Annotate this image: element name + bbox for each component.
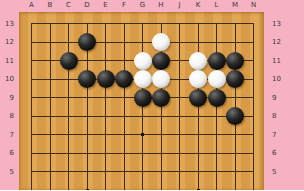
row-label-right: 6 <box>272 150 292 157</box>
row-label-left: 7 <box>0 131 14 138</box>
grid-line-horizontal <box>31 153 254 154</box>
row-label-right: 13 <box>272 20 292 27</box>
grid-line-vertical <box>179 23 180 190</box>
grid-line-vertical <box>253 23 254 190</box>
column-label: E <box>103 1 107 10</box>
row-label-left: 6 <box>0 150 14 157</box>
star-point <box>86 189 89 191</box>
row-label-left: 13 <box>0 20 14 27</box>
row-label-left: 11 <box>0 57 14 64</box>
row-label-right: 5 <box>272 168 292 175</box>
white-stone[interactable] <box>134 52 152 70</box>
white-stone[interactable] <box>189 52 207 70</box>
row-label-right: 7 <box>272 131 292 138</box>
white-stone[interactable] <box>134 70 152 88</box>
white-stone[interactable] <box>208 70 226 88</box>
column-label: J <box>178 1 180 10</box>
black-stone[interactable] <box>97 70 115 88</box>
row-label-right: 8 <box>272 113 292 120</box>
grid-line-vertical <box>198 23 199 190</box>
black-stone[interactable] <box>152 52 170 70</box>
row-label-left: 9 <box>0 94 14 101</box>
black-stone[interactable] <box>134 89 152 107</box>
grid-line-vertical <box>50 23 51 190</box>
column-label: D <box>84 1 89 10</box>
black-stone[interactable] <box>189 89 207 107</box>
row-label-right: 10 <box>272 76 292 83</box>
column-label: L <box>215 1 219 10</box>
star-point <box>197 189 200 191</box>
column-label: A <box>29 1 34 10</box>
row-label-right: 12 <box>272 39 292 46</box>
column-label: H <box>158 1 163 10</box>
row-label-left: 5 <box>0 168 14 175</box>
black-stone[interactable] <box>78 33 96 51</box>
column-label: K <box>196 1 201 10</box>
grid-line-horizontal <box>31 116 254 117</box>
black-stone[interactable] <box>208 89 226 107</box>
grid-line-vertical <box>124 23 125 190</box>
grid-line-vertical <box>216 23 217 190</box>
row-label-right: 9 <box>272 94 292 101</box>
grid-line-horizontal <box>31 190 254 191</box>
black-stone[interactable] <box>60 52 78 70</box>
column-label: M <box>232 1 238 10</box>
white-stone[interactable] <box>189 70 207 88</box>
column-label: F <box>122 1 126 10</box>
column-label: G <box>140 1 145 10</box>
grid-line-vertical <box>68 23 69 190</box>
column-label: B <box>48 1 53 10</box>
row-label-left: 12 <box>0 39 14 46</box>
star-point <box>141 133 144 136</box>
column-label: N <box>251 1 256 10</box>
grid-line-horizontal <box>31 23 254 24</box>
row-label-right: 11 <box>272 57 292 64</box>
white-stone[interactable] <box>152 33 170 51</box>
grid-line-horizontal <box>31 171 254 172</box>
column-label: C <box>66 1 71 10</box>
go-board[interactable] <box>19 12 264 190</box>
grid-line-vertical <box>142 23 143 190</box>
grid-line-horizontal <box>31 42 254 43</box>
grid-line-vertical <box>31 23 32 190</box>
black-stone[interactable] <box>226 107 244 125</box>
grid-line-vertical <box>105 23 106 190</box>
black-stone[interactable] <box>226 52 244 70</box>
black-stone[interactable] <box>78 70 96 88</box>
row-label-left: 10 <box>0 76 14 83</box>
black-stone[interactable] <box>208 52 226 70</box>
go-board-screen: ABCDEFGHJKLMN 1312111098765 131211109876… <box>0 0 304 190</box>
black-stone[interactable] <box>226 70 244 88</box>
white-stone[interactable] <box>152 70 170 88</box>
black-stone[interactable] <box>152 89 170 107</box>
row-label-left: 8 <box>0 113 14 120</box>
black-stone[interactable] <box>115 70 133 88</box>
